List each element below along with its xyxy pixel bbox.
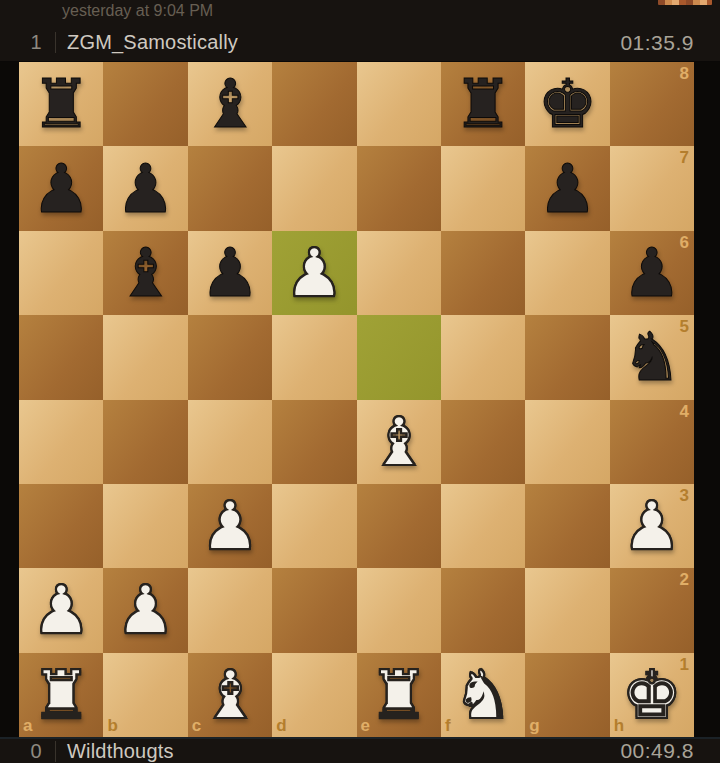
square-c3[interactable]: ♟ (188, 484, 272, 568)
square-a1[interactable]: a♜ (19, 653, 103, 737)
chess-app: yesterday at 9:04 PM 1 ZGM_Samostically … (0, 0, 720, 763)
square-h1[interactable]: 1h♚ (610, 653, 694, 737)
white-bishop[interactable]: ♝ (200, 653, 260, 737)
white-bishop[interactable]: ♝ (369, 400, 429, 484)
file-label-b: b (107, 717, 117, 734)
square-g2[interactable] (525, 568, 609, 652)
square-b3[interactable] (103, 484, 187, 568)
white-rook[interactable]: ♜ (369, 653, 429, 737)
square-c5[interactable] (188, 315, 272, 399)
square-h5[interactable]: 5♞ (610, 315, 694, 399)
square-g6[interactable] (525, 231, 609, 315)
square-e2[interactable] (357, 568, 441, 652)
square-h3[interactable]: 3♟ (610, 484, 694, 568)
square-e4[interactable]: ♝ (357, 400, 441, 484)
right-gutter (694, 62, 720, 737)
square-g8[interactable]: ♚ (525, 62, 609, 146)
black-knight[interactable]: ♞ (622, 315, 682, 399)
square-a7[interactable]: ♟ (19, 146, 103, 230)
square-a6[interactable] (19, 231, 103, 315)
square-a3[interactable] (19, 484, 103, 568)
square-a8[interactable]: ♜ (19, 62, 103, 146)
white-pawn[interactable]: ♟ (116, 568, 176, 652)
square-a5[interactable] (19, 315, 103, 399)
top-player-bar: 1 ZGM_Samostically 01:35.9 (0, 24, 720, 62)
square-f6[interactable] (441, 231, 525, 315)
square-g5[interactable] (525, 315, 609, 399)
square-e8[interactable] (357, 62, 441, 146)
chess-board[interactable]: ♜♝♜♚8♟♟♟7♝♟♟6♟5♞♝4♟3♟♟♟2a♜bc♝de♜f♞g1h♚ (19, 62, 694, 737)
bottom-player-score: 0 (28, 740, 44, 763)
square-c6[interactable]: ♟ (188, 231, 272, 315)
bottom-player-bar: 0 Wildthougts 00:49.8 (0, 737, 720, 763)
square-d7[interactable] (272, 146, 356, 230)
top-player-clock: 01:35.9 (620, 31, 694, 55)
black-pawn[interactable]: ♟ (537, 147, 597, 231)
square-d5[interactable] (272, 315, 356, 399)
bottom-player-name[interactable]: Wildthougts (67, 740, 174, 763)
square-b7[interactable]: ♟ (103, 146, 187, 230)
square-h2[interactable]: 2 (610, 568, 694, 652)
black-king[interactable]: ♚ (537, 62, 597, 146)
file-label-d: d (276, 717, 286, 734)
file-label-g: g (529, 717, 539, 734)
rank-label-2: 2 (680, 571, 689, 588)
black-rook[interactable]: ♜ (31, 62, 91, 146)
top-player-score: 1 (28, 31, 44, 54)
header-strip: yesterday at 9:04 PM (0, 0, 720, 24)
white-king[interactable]: ♚ (622, 653, 682, 737)
square-d8[interactable] (272, 62, 356, 146)
game-timestamp: yesterday at 9:04 PM (62, 0, 213, 22)
square-b2[interactable]: ♟ (103, 568, 187, 652)
mini-board-icon[interactable] (658, 0, 712, 5)
square-f7[interactable] (441, 146, 525, 230)
white-pawn[interactable]: ♟ (31, 568, 91, 652)
score-divider (55, 741, 56, 762)
rank-label-8: 8 (680, 65, 689, 82)
left-gutter (0, 62, 19, 737)
square-b8[interactable] (103, 62, 187, 146)
square-f2[interactable] (441, 568, 525, 652)
square-d2[interactable] (272, 568, 356, 652)
black-pawn[interactable]: ♟ (622, 231, 682, 315)
square-c8[interactable]: ♝ (188, 62, 272, 146)
square-h7[interactable]: 7 (610, 146, 694, 230)
score-divider (55, 32, 56, 53)
white-pawn[interactable]: ♟ (622, 484, 682, 568)
black-bishop[interactable]: ♝ (200, 62, 260, 146)
square-d4[interactable] (272, 400, 356, 484)
square-a4[interactable] (19, 400, 103, 484)
square-c4[interactable] (188, 400, 272, 484)
black-rook[interactable]: ♜ (453, 62, 513, 146)
black-pawn[interactable]: ♟ (116, 147, 176, 231)
square-b1[interactable]: b (103, 653, 187, 737)
white-rook[interactable]: ♜ (31, 653, 91, 737)
square-h8[interactable]: 8 (610, 62, 694, 146)
board-row: ♜♝♜♚8♟♟♟7♝♟♟6♟5♞♝4♟3♟♟♟2a♜bc♝de♜f♞g1h♚ (0, 62, 720, 737)
square-e5[interactable] (357, 315, 441, 399)
black-pawn[interactable]: ♟ (31, 147, 91, 231)
rank-label-7: 7 (680, 149, 689, 166)
square-e7[interactable] (357, 146, 441, 230)
rank-label-4: 4 (680, 403, 689, 420)
square-g7[interactable]: ♟ (525, 146, 609, 230)
square-d3[interactable] (272, 484, 356, 568)
square-b4[interactable] (103, 400, 187, 484)
top-player-name[interactable]: ZGM_Samostically (67, 31, 238, 54)
square-f8[interactable]: ♜ (441, 62, 525, 146)
square-f4[interactable] (441, 400, 525, 484)
square-g4[interactable] (525, 400, 609, 484)
white-knight[interactable]: ♞ (453, 653, 513, 737)
square-g3[interactable] (525, 484, 609, 568)
square-d1[interactable]: d (272, 653, 356, 737)
square-b6[interactable]: ♝ (103, 231, 187, 315)
square-f1[interactable]: f♞ (441, 653, 525, 737)
square-g1[interactable]: g (525, 653, 609, 737)
square-a2[interactable]: ♟ (19, 568, 103, 652)
square-h6[interactable]: 6♟ (610, 231, 694, 315)
black-bishop[interactable]: ♝ (116, 231, 176, 315)
square-e6[interactable] (357, 231, 441, 315)
square-e3[interactable] (357, 484, 441, 568)
square-c1[interactable]: c♝ (188, 653, 272, 737)
white-pawn[interactable]: ♟ (200, 484, 260, 568)
square-f3[interactable] (441, 484, 525, 568)
square-b5[interactable] (103, 315, 187, 399)
file-label-f: f (445, 717, 451, 734)
black-pawn[interactable]: ♟ (200, 231, 260, 315)
square-c7[interactable] (188, 146, 272, 230)
white-pawn[interactable]: ♟ (284, 231, 344, 315)
square-e1[interactable]: e♜ (357, 653, 441, 737)
square-d6[interactable]: ♟ (272, 231, 356, 315)
square-f5[interactable] (441, 315, 525, 399)
square-c2[interactable] (188, 568, 272, 652)
bottom-player-clock: 00:49.8 (620, 739, 694, 763)
square-h4[interactable]: 4 (610, 400, 694, 484)
